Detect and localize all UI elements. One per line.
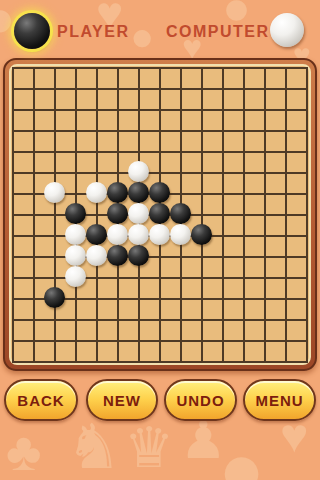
computer-label: COMPUTER xyxy=(166,23,270,41)
grid-line-vertical xyxy=(285,67,287,363)
white-stone xyxy=(170,224,191,245)
gomoku-app: ●♥●●♥♥♣♞♛♟●♥ PLAYER COMPUTER BACK NEW UN… xyxy=(0,0,320,480)
board-grid[interactable] xyxy=(9,64,311,365)
undo-button[interactable]: UNDO xyxy=(164,379,237,421)
computer-stone-indicator xyxy=(270,13,304,47)
black-stone xyxy=(107,245,128,266)
new-button[interactable]: NEW xyxy=(86,379,158,421)
black-stone xyxy=(107,203,128,224)
circle-silhouette: ● xyxy=(218,430,265,480)
white-stone xyxy=(128,203,149,224)
white-stone xyxy=(44,182,65,203)
black-stone xyxy=(65,203,86,224)
white-stone xyxy=(128,224,149,245)
white-stone xyxy=(149,224,170,245)
white-stone xyxy=(65,224,86,245)
grid-line-horizontal xyxy=(12,361,308,363)
game-board[interactable] xyxy=(3,58,317,371)
back-button[interactable]: BACK xyxy=(4,379,78,421)
grid-line-vertical xyxy=(306,67,308,363)
black-stone xyxy=(128,245,149,266)
black-stone xyxy=(128,182,149,203)
crown-silhouette: ♛ xyxy=(124,420,174,476)
grid-line-horizontal xyxy=(12,319,308,321)
black-stone xyxy=(86,224,107,245)
black-stone xyxy=(107,182,128,203)
player-stone-indicator xyxy=(14,13,50,49)
player-label: PLAYER xyxy=(57,23,129,41)
black-stone xyxy=(44,287,65,308)
knight-silhouette: ♞ xyxy=(66,416,122,478)
blob-silhouette: ● xyxy=(130,16,154,56)
black-stone xyxy=(149,182,170,203)
black-stone xyxy=(149,203,170,224)
white-stone xyxy=(86,182,107,203)
white-stone xyxy=(86,245,107,266)
menu-button[interactable]: MENU xyxy=(243,379,316,421)
grid-line-horizontal xyxy=(12,340,308,342)
club-silhouette: ♣ xyxy=(6,424,41,478)
white-stone xyxy=(128,161,149,182)
white-stone xyxy=(65,266,86,287)
black-stone xyxy=(170,203,191,224)
black-stone xyxy=(191,224,212,245)
white-stone xyxy=(107,224,128,245)
white-stone xyxy=(65,245,86,266)
blob-silhouette: ● xyxy=(0,0,15,44)
